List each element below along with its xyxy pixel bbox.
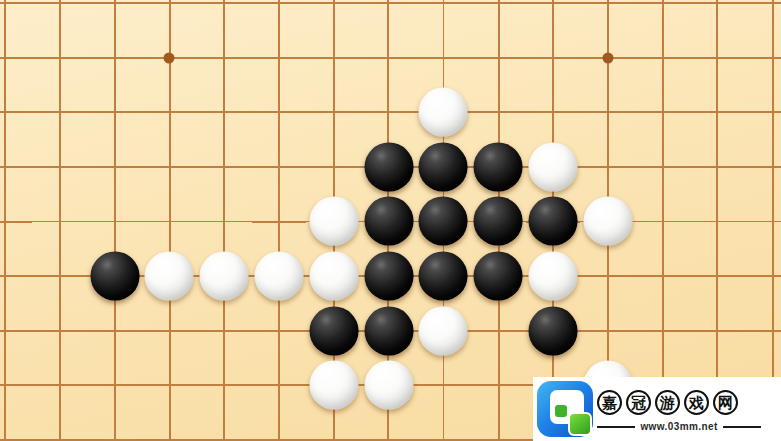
black-stone: [419, 251, 468, 300]
intersection[interactable]: [635, 30, 690, 85]
intersection[interactable]: [526, 249, 581, 304]
intersection[interactable]: [580, 30, 635, 85]
intersection[interactable]: [635, 0, 690, 30]
intersection[interactable]: [0, 85, 32, 140]
site-name-circled-chars: 嘉 冠 游 戏 网: [597, 390, 777, 415]
intersection[interactable]: [197, 412, 252, 441]
intersection[interactable]: [32, 194, 87, 249]
intersection[interactable]: [197, 194, 252, 249]
intersection[interactable]: [0, 249, 32, 304]
intersection[interactable]: [471, 194, 526, 249]
game-screenshot-viewport: 嘉 冠 游 戏 网 www.03mm.net: [0, 0, 781, 441]
intersection[interactable]: [142, 249, 197, 304]
intersection[interactable]: [416, 249, 471, 304]
intersection[interactable]: [32, 303, 87, 358]
intersection[interactable]: [580, 0, 635, 30]
intersection[interactable]: [306, 30, 361, 85]
intersection[interactable]: [252, 303, 307, 358]
black-stone: [364, 306, 413, 355]
intersection[interactable]: [197, 0, 252, 30]
intersection[interactable]: [745, 85, 781, 140]
site-url: www.03mm.net: [635, 421, 722, 432]
intersection[interactable]: [361, 139, 416, 194]
intersection[interactable]: [32, 139, 87, 194]
intersection[interactable]: [306, 194, 361, 249]
intersection[interactable]: [252, 412, 307, 441]
intersection[interactable]: [635, 85, 690, 140]
black-stone: [528, 306, 577, 355]
intersection[interactable]: [361, 412, 416, 441]
gomoku-board: [0, 0, 781, 441]
intersection[interactable]: [197, 303, 252, 358]
intersection[interactable]: [361, 30, 416, 85]
black-stone: [364, 251, 413, 300]
intersection[interactable]: [690, 303, 745, 358]
black-stone: [474, 197, 523, 246]
intersection[interactable]: [416, 139, 471, 194]
intersection[interactable]: [471, 85, 526, 140]
intersection[interactable]: [361, 194, 416, 249]
intersection[interactable]: [87, 194, 142, 249]
intersection[interactable]: [32, 358, 87, 413]
intersection[interactable]: [197, 85, 252, 140]
intersection[interactable]: [471, 412, 526, 441]
intersection[interactable]: [526, 0, 581, 30]
intersection[interactable]: [690, 139, 745, 194]
white-stone: [583, 197, 632, 246]
intersection[interactable]: [635, 194, 690, 249]
intersection[interactable]: [306, 0, 361, 30]
intersection[interactable]: [690, 249, 745, 304]
intersection[interactable]: [690, 194, 745, 249]
intersection[interactable]: [416, 85, 471, 140]
white-stone: [309, 361, 358, 410]
intersection[interactable]: [306, 139, 361, 194]
divider-line: [597, 426, 635, 428]
intersection[interactable]: [142, 412, 197, 441]
site-name-char: 冠: [626, 390, 651, 415]
intersection[interactable]: [526, 30, 581, 85]
white-stone: [528, 142, 577, 191]
intersection[interactable]: [526, 85, 581, 140]
intersection[interactable]: [745, 303, 781, 358]
site-name-char: 戏: [684, 390, 709, 415]
star-point: [164, 52, 175, 63]
white-stone: [309, 251, 358, 300]
intersection[interactable]: [580, 139, 635, 194]
intersection[interactable]: [0, 194, 32, 249]
intersection[interactable]: [0, 139, 32, 194]
intersection[interactable]: [87, 412, 142, 441]
intersection[interactable]: [142, 139, 197, 194]
intersection[interactable]: [87, 139, 142, 194]
logo-green-square: [568, 412, 592, 436]
intersection[interactable]: [252, 30, 307, 85]
intersection[interactable]: [361, 85, 416, 140]
intersection[interactable]: [0, 30, 32, 85]
black-stone: [474, 251, 523, 300]
site-logo-icon: [537, 381, 593, 437]
intersection[interactable]: [745, 139, 781, 194]
watermark-text-block: 嘉 冠 游 戏 网 www.03mm.net: [597, 390, 777, 432]
intersection[interactable]: [197, 249, 252, 304]
black-stone: [309, 306, 358, 355]
intersection[interactable]: [690, 85, 745, 140]
white-stone: [145, 251, 194, 300]
intersection[interactable]: [471, 30, 526, 85]
intersection[interactable]: [142, 30, 197, 85]
intersection[interactable]: [526, 194, 581, 249]
intersection[interactable]: [252, 358, 307, 413]
intersection[interactable]: [32, 0, 87, 30]
intersection[interactable]: [526, 139, 581, 194]
intersection[interactable]: [690, 30, 745, 85]
white-stone: [419, 88, 468, 137]
intersection[interactable]: [471, 358, 526, 413]
black-stone: [90, 251, 139, 300]
intersection[interactable]: [32, 85, 87, 140]
intersection[interactable]: [0, 358, 32, 413]
white-stone: [309, 197, 358, 246]
intersection[interactable]: [142, 358, 197, 413]
watermark-panel: 嘉 冠 游 戏 网 www.03mm.net: [533, 377, 781, 441]
intersection[interactable]: [142, 0, 197, 30]
intersection[interactable]: [252, 85, 307, 140]
intersection[interactable]: [745, 0, 781, 30]
intersection[interactable]: [306, 303, 361, 358]
black-stone: [419, 197, 468, 246]
intersection[interactable]: [87, 358, 142, 413]
white-stone: [364, 361, 413, 410]
intersection[interactable]: [32, 412, 87, 441]
intersection[interactable]: [361, 249, 416, 304]
site-name-char: 游: [655, 390, 680, 415]
intersection[interactable]: [252, 139, 307, 194]
intersection[interactable]: [32, 30, 87, 85]
intersection[interactable]: [306, 85, 361, 140]
intersection[interactable]: [635, 249, 690, 304]
intersection[interactable]: [471, 0, 526, 30]
intersection[interactable]: [197, 30, 252, 85]
intersection[interactable]: [690, 0, 745, 30]
star-point: [602, 52, 613, 63]
intersection[interactable]: [580, 303, 635, 358]
site-name-char: 嘉: [597, 390, 622, 415]
site-url-row: www.03mm.net: [597, 421, 761, 432]
intersection[interactable]: [142, 194, 197, 249]
intersection[interactable]: [306, 249, 361, 304]
intersection[interactable]: [87, 303, 142, 358]
intersection[interactable]: [635, 139, 690, 194]
black-stone: [419, 142, 468, 191]
intersection[interactable]: [471, 139, 526, 194]
intersection[interactable]: [526, 303, 581, 358]
intersection[interactable]: [197, 139, 252, 194]
intersection[interactable]: [142, 85, 197, 140]
intersection[interactable]: [306, 412, 361, 441]
intersection[interactable]: [252, 0, 307, 30]
divider-line: [723, 426, 761, 428]
intersection[interactable]: [416, 194, 471, 249]
intersection[interactable]: [416, 0, 471, 30]
intersection[interactable]: [580, 85, 635, 140]
black-stone: [364, 197, 413, 246]
intersection[interactable]: [580, 194, 635, 249]
intersection[interactable]: [252, 194, 307, 249]
site-name-char: 网: [713, 390, 738, 415]
intersection[interactable]: [32, 249, 87, 304]
intersection[interactable]: [87, 85, 142, 140]
white-stone: [528, 251, 577, 300]
intersection[interactable]: [416, 30, 471, 85]
black-stone: [364, 142, 413, 191]
intersection[interactable]: [142, 303, 197, 358]
intersection[interactable]: [745, 194, 781, 249]
white-stone: [419, 306, 468, 355]
intersection[interactable]: [0, 0, 32, 30]
intersection[interactable]: [361, 0, 416, 30]
logo-green-dot: [555, 405, 567, 417]
intersection[interactable]: [87, 0, 142, 30]
intersection[interactable]: [635, 303, 690, 358]
intersection[interactable]: [416, 358, 471, 413]
intersection[interactable]: [0, 412, 32, 441]
intersection[interactable]: [471, 249, 526, 304]
intersection[interactable]: [416, 303, 471, 358]
intersection[interactable]: [0, 303, 32, 358]
black-stone: [528, 197, 577, 246]
intersection[interactable]: [745, 30, 781, 85]
intersection[interactable]: [361, 358, 416, 413]
intersection[interactable]: [252, 249, 307, 304]
intersection[interactable]: [471, 303, 526, 358]
white-stone: [200, 251, 249, 300]
intersection[interactable]: [87, 30, 142, 85]
intersection[interactable]: [197, 358, 252, 413]
intersection[interactable]: [745, 249, 781, 304]
black-stone: [474, 142, 523, 191]
intersection[interactable]: [87, 249, 142, 304]
white-stone: [254, 251, 303, 300]
intersection[interactable]: [416, 412, 471, 441]
intersection[interactable]: [306, 358, 361, 413]
intersection[interactable]: [361, 303, 416, 358]
intersection[interactable]: [580, 249, 635, 304]
